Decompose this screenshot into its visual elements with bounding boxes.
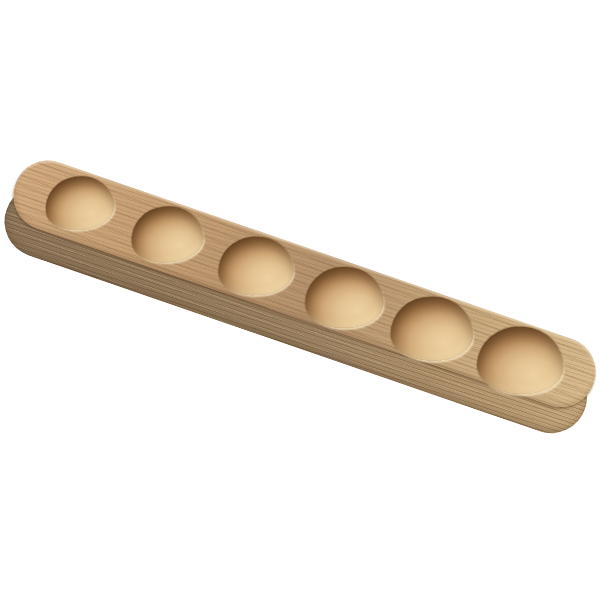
pit-2[interactable] [129,204,206,266]
mancala-board [0,151,600,443]
board-top-face [4,151,600,416]
pit-3[interactable] [217,235,295,297]
pit-5[interactable] [391,296,475,361]
pit-1[interactable] [42,172,117,233]
pit-4[interactable] [304,266,383,328]
pit-6[interactable] [476,325,566,396]
background [0,0,600,600]
